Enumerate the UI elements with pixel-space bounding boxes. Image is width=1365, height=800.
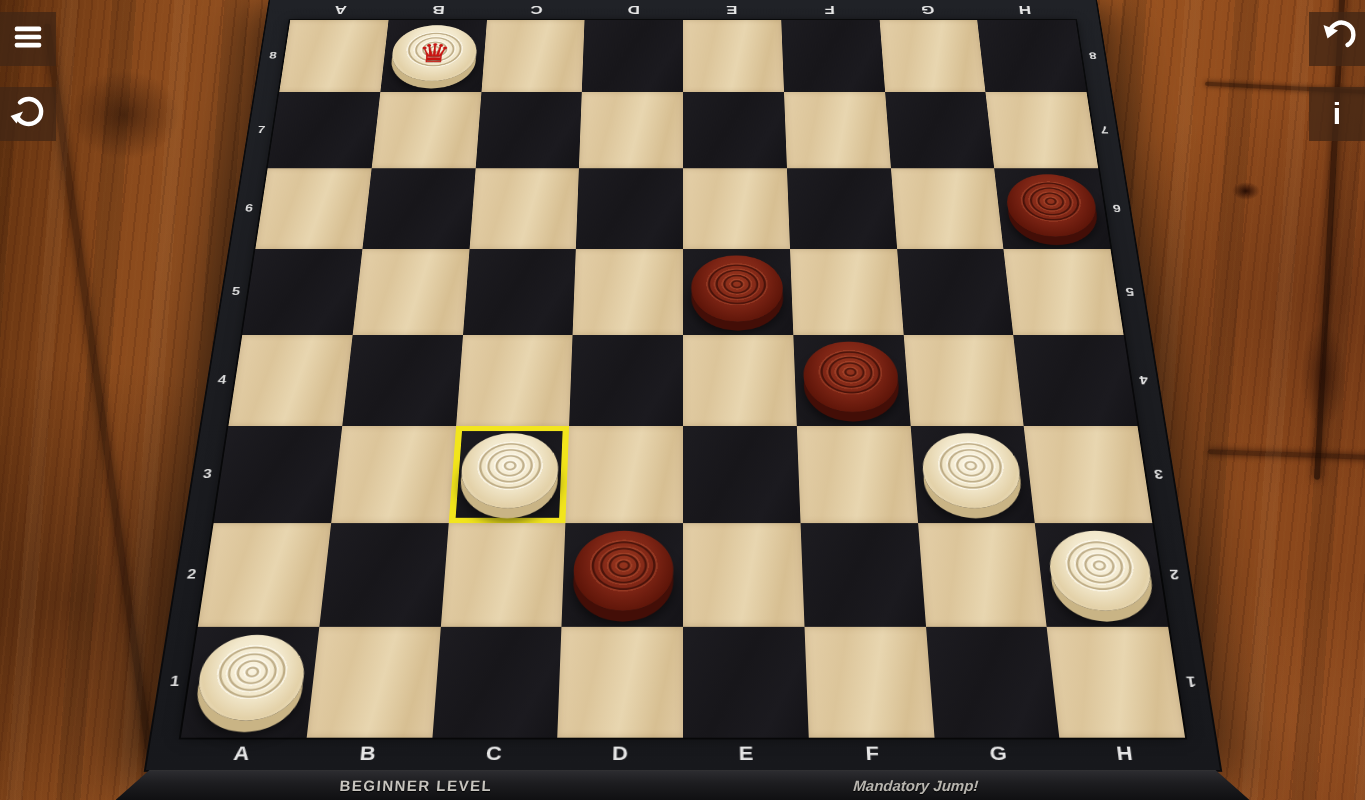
white-man-h2[interactable] — [1045, 530, 1156, 611]
square-g5[interactable] — [896, 249, 1013, 335]
square-e5[interactable] — [683, 249, 793, 335]
square-h6[interactable] — [994, 168, 1110, 249]
square-c5[interactable] — [462, 249, 575, 335]
board-scene: ABCDEFGH 87654321 ♛ 87654321 ABCDEFGH — [0, 0, 1365, 800]
file-label-bottom-a: A — [176, 738, 306, 770]
mandatory-jump-label: Mandatory Jump! — [785, 777, 1046, 794]
board-grid: ♛ — [180, 20, 1184, 738]
white-man-g3[interactable] — [919, 433, 1023, 509]
king-crown-icon: ♛ — [389, 25, 478, 81]
red-man-e5[interactable] — [691, 255, 783, 322]
square-f8[interactable] — [781, 20, 885, 92]
square-e2 — [683, 523, 804, 627]
square-d6[interactable] — [576, 168, 683, 249]
square-a6 — [255, 168, 371, 249]
file-label-bottom-h: H — [1059, 738, 1189, 770]
square-c6 — [469, 168, 579, 249]
level-label: BEGINNER LEVEL — [285, 777, 546, 794]
square-h1 — [1046, 627, 1184, 738]
square-e6 — [683, 168, 790, 249]
square-g3[interactable] — [910, 426, 1035, 523]
white-man-a1[interactable] — [193, 634, 308, 720]
square-d4[interactable] — [569, 335, 683, 426]
square-c4 — [455, 335, 572, 426]
square-a1[interactable] — [180, 627, 318, 738]
file-label-top-c: C — [486, 0, 585, 20]
square-g2 — [917, 523, 1046, 627]
square-a4 — [228, 335, 352, 426]
square-c7[interactable] — [475, 92, 582, 168]
square-c2 — [440, 523, 565, 627]
square-f2[interactable] — [800, 523, 925, 627]
app-window: ABCDEFGH 87654321 ♛ 87654321 ABCDEFGH BE… — [0, 0, 1365, 800]
square-d5 — [572, 249, 682, 335]
square-a8 — [279, 20, 388, 92]
board-middle: 87654321 ♛ 87654321 — [151, 20, 1215, 738]
file-label-top-g: G — [877, 0, 977, 20]
square-f5 — [789, 249, 902, 335]
checkers-board: ABCDEFGH 87654321 ♛ 87654321 ABCDEFGH — [146, 0, 1220, 770]
square-g6 — [890, 168, 1003, 249]
file-label-top-d: D — [584, 0, 682, 20]
square-d2[interactable] — [561, 523, 682, 627]
square-f3 — [796, 426, 917, 523]
square-b6[interactable] — [362, 168, 475, 249]
undo-arrow-icon — [1317, 17, 1357, 61]
file-label-bottom-d: D — [556, 738, 683, 770]
square-h5 — [1003, 249, 1123, 335]
square-d1 — [557, 627, 683, 738]
square-b1 — [306, 627, 440, 738]
square-e3[interactable] — [683, 426, 800, 523]
red-man-f4[interactable] — [802, 341, 900, 412]
square-c3[interactable] — [448, 426, 569, 523]
square-c8 — [481, 20, 585, 92]
file-label-bottom-b: B — [302, 738, 431, 770]
red-man-h6[interactable] — [1003, 174, 1100, 237]
square-b3 — [330, 426, 455, 523]
file-label-bottom-g: G — [934, 738, 1063, 770]
white-king-b8[interactable]: ♛ — [389, 25, 478, 81]
square-a7[interactable] — [267, 92, 380, 168]
file-label-bottom-c: C — [429, 738, 557, 770]
square-e8 — [683, 20, 784, 92]
restart-button[interactable] — [0, 87, 56, 141]
square-e1[interactable] — [683, 627, 809, 738]
square-a5[interactable] — [242, 249, 362, 335]
file-label-bottom-e: E — [683, 738, 810, 770]
square-h2[interactable] — [1035, 523, 1168, 627]
square-d8[interactable] — [582, 20, 683, 92]
square-b4[interactable] — [342, 335, 463, 426]
red-man-d2[interactable] — [571, 530, 673, 611]
square-d3 — [565, 426, 682, 523]
file-label-top-h: H — [975, 0, 1076, 20]
file-label-top-b: B — [388, 0, 488, 20]
square-h8[interactable] — [977, 20, 1086, 92]
file-label-top-e: E — [683, 0, 781, 20]
square-f6[interactable] — [786, 168, 896, 249]
square-f1 — [804, 627, 934, 738]
white-man-c3[interactable] — [458, 433, 559, 509]
square-d7 — [579, 92, 683, 168]
menu-button[interactable] — [0, 12, 56, 66]
square-g1[interactable] — [925, 627, 1059, 738]
square-b5 — [352, 249, 469, 335]
file-labels-bottom: ABCDEFGH — [146, 738, 1220, 770]
square-h7 — [985, 92, 1098, 168]
file-label-top-f: F — [780, 0, 879, 20]
restart-circular-arrow-icon — [8, 92, 48, 136]
board-front-face: BEGINNER LEVEL Mandatory Jump! — [116, 770, 1250, 800]
square-h4[interactable] — [1013, 335, 1137, 426]
undo-button[interactable] — [1309, 12, 1365, 66]
square-b7 — [371, 92, 481, 168]
square-h3 — [1023, 426, 1151, 523]
square-e7[interactable] — [683, 92, 787, 168]
square-a3[interactable] — [213, 426, 341, 523]
square-f4[interactable] — [793, 335, 910, 426]
square-b8[interactable]: ♛ — [380, 20, 486, 92]
square-f7 — [783, 92, 890, 168]
square-g8 — [879, 20, 985, 92]
square-e4 — [683, 335, 797, 426]
square-b2[interactable] — [319, 523, 448, 627]
square-a2 — [197, 523, 330, 627]
info-button[interactable]: i — [1309, 87, 1365, 141]
hamburger-icon — [11, 20, 45, 58]
info-icon: i — [1333, 97, 1341, 131]
square-g4 — [903, 335, 1024, 426]
file-label-bottom-f: F — [808, 738, 936, 770]
file-label-top-a: A — [290, 0, 391, 20]
square-c1[interactable] — [431, 627, 561, 738]
file-labels-top: ABCDEFGH — [267, 0, 1099, 20]
square-g7[interactable] — [884, 92, 994, 168]
